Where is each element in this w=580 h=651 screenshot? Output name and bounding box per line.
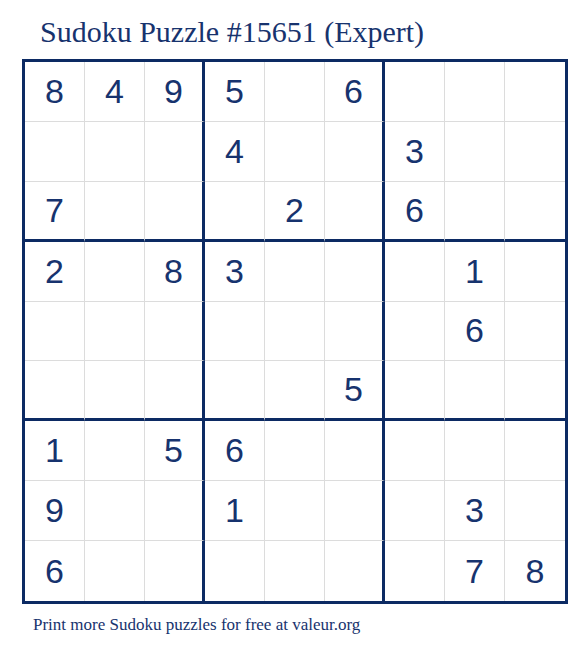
cell-r1c6: 6 — [325, 62, 385, 122]
cell-r1c8 — [445, 62, 505, 122]
cell-r4c6 — [325, 242, 385, 302]
cell-r8c3 — [145, 481, 205, 541]
cell-r9c7 — [385, 541, 445, 601]
cell-r9c2 — [85, 541, 145, 601]
cell-r4c9 — [505, 242, 565, 302]
cell-r3c6 — [325, 182, 385, 242]
cell-r5c5 — [265, 302, 325, 362]
cell-r3c7: 6 — [385, 182, 445, 242]
cell-r9c5 — [265, 541, 325, 601]
cell-r1c1: 8 — [25, 62, 85, 122]
cell-r1c3: 9 — [145, 62, 205, 122]
cell-r8c9 — [505, 481, 565, 541]
cell-r4c4: 3 — [205, 242, 265, 302]
cell-r5c2 — [85, 302, 145, 362]
cell-r7c8 — [445, 421, 505, 481]
cell-r8c6 — [325, 481, 385, 541]
cell-r2c5 — [265, 122, 325, 182]
cell-r7c4: 6 — [205, 421, 265, 481]
cell-r2c3 — [145, 122, 205, 182]
cell-r5c3 — [145, 302, 205, 362]
cell-r8c7 — [385, 481, 445, 541]
cell-r7c2 — [85, 421, 145, 481]
cell-r8c8: 3 — [445, 481, 505, 541]
cell-r7c9 — [505, 421, 565, 481]
cell-r1c4: 5 — [205, 62, 265, 122]
cell-r1c7 — [385, 62, 445, 122]
cell-r5c6 — [325, 302, 385, 362]
cell-r2c1 — [25, 122, 85, 182]
cell-r8c2 — [85, 481, 145, 541]
cell-r6c3 — [145, 361, 205, 421]
cell-r6c1 — [25, 361, 85, 421]
cell-r1c5 — [265, 62, 325, 122]
cell-r5c1 — [25, 302, 85, 362]
cell-r6c9 — [505, 361, 565, 421]
cell-r2c2 — [85, 122, 145, 182]
cell-r5c9 — [505, 302, 565, 362]
cell-r6c2 — [85, 361, 145, 421]
cell-r9c3 — [145, 541, 205, 601]
cell-r9c9: 8 — [505, 541, 565, 601]
cell-r2c6 — [325, 122, 385, 182]
cell-r3c1: 7 — [25, 182, 85, 242]
cell-r9c6 — [325, 541, 385, 601]
cell-r4c8: 1 — [445, 242, 505, 302]
cell-r7c6 — [325, 421, 385, 481]
cell-r5c8: 6 — [445, 302, 505, 362]
cell-r4c3: 8 — [145, 242, 205, 302]
cell-r6c6: 5 — [325, 361, 385, 421]
cell-r7c7 — [385, 421, 445, 481]
page-title: Sudoku Puzzle #15651 (Expert) — [40, 14, 424, 50]
cell-r8c4: 1 — [205, 481, 265, 541]
cell-r3c9 — [505, 182, 565, 242]
cell-r8c1: 9 — [25, 481, 85, 541]
cell-r2c7: 3 — [385, 122, 445, 182]
cell-r9c8: 7 — [445, 541, 505, 601]
cell-r4c2 — [85, 242, 145, 302]
footer-text: Print more Sudoku puzzles for free at va… — [33, 614, 360, 636]
cell-r6c4 — [205, 361, 265, 421]
cell-r5c7 — [385, 302, 445, 362]
cell-r7c1: 1 — [25, 421, 85, 481]
cell-r5c4 — [205, 302, 265, 362]
cell-r4c5 — [265, 242, 325, 302]
cell-r4c1: 2 — [25, 242, 85, 302]
cell-r3c5: 2 — [265, 182, 325, 242]
cell-r3c8 — [445, 182, 505, 242]
cell-r6c5 — [265, 361, 325, 421]
cell-r3c4 — [205, 182, 265, 242]
cell-r1c2: 4 — [85, 62, 145, 122]
sudoku-board: 8495643726283165156913678 — [22, 59, 568, 604]
cell-r2c9 — [505, 122, 565, 182]
cell-r6c8 — [445, 361, 505, 421]
cell-r7c3: 5 — [145, 421, 205, 481]
cell-r8c5 — [265, 481, 325, 541]
cell-r4c7 — [385, 242, 445, 302]
cell-r2c8 — [445, 122, 505, 182]
cell-r6c7 — [385, 361, 445, 421]
cell-r2c4: 4 — [205, 122, 265, 182]
cell-r3c3 — [145, 182, 205, 242]
cell-r7c5 — [265, 421, 325, 481]
cell-r3c2 — [85, 182, 145, 242]
cell-r9c4 — [205, 541, 265, 601]
cell-r9c1: 6 — [25, 541, 85, 601]
cell-r1c9 — [505, 62, 565, 122]
